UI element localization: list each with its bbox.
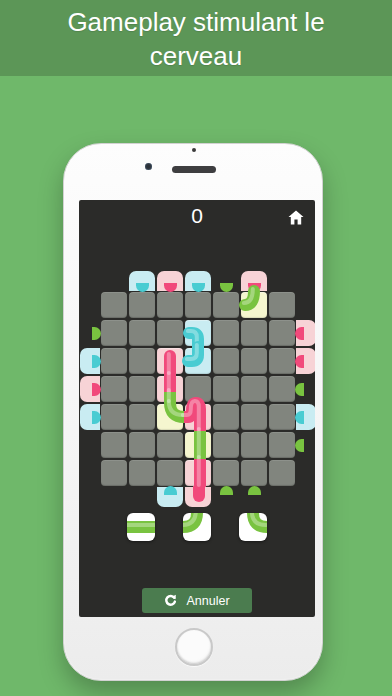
- endpoint-tile: [296, 376, 315, 402]
- pipe-cap: [295, 327, 304, 340]
- placed-tile[interactable]: [185, 432, 211, 458]
- placed-tile[interactable]: [157, 376, 183, 402]
- grid-cell[interactable]: [157, 432, 183, 458]
- endpoint-tile: [157, 487, 183, 507]
- grid-cell[interactable]: [101, 320, 127, 346]
- placed-tile[interactable]: [185, 348, 211, 374]
- pipe-cap: [92, 355, 101, 368]
- endpoint-tile: [241, 487, 267, 507]
- pipe-cap: [136, 283, 149, 292]
- grid-cell[interactable]: [241, 460, 267, 486]
- pipe-cap: [192, 283, 205, 292]
- placed-tile[interactable]: [157, 348, 183, 374]
- proximity-sensor-dot: [192, 148, 196, 152]
- grid-cell[interactable]: [185, 292, 211, 318]
- pipe-cap: [295, 355, 304, 368]
- pipe-cap: [295, 411, 304, 424]
- home-icon[interactable]: [288, 210, 304, 225]
- placed-tile[interactable]: [185, 404, 211, 430]
- pipe-cap: [92, 383, 101, 396]
- home-button-physical[interactable]: [175, 628, 213, 666]
- grid-cell[interactable]: [213, 376, 239, 402]
- grid-cell[interactable]: [101, 432, 127, 458]
- grid-cell[interactable]: [269, 404, 295, 430]
- grid-cell[interactable]: [129, 460, 155, 486]
- endpoint-tile: [213, 487, 239, 507]
- pipe-cap: [248, 283, 261, 292]
- endpoint-tile: [80, 376, 100, 402]
- pipe-cap: [92, 411, 101, 424]
- grid-cell[interactable]: [157, 320, 183, 346]
- pipe-cap: [164, 283, 177, 292]
- endpoint-tile: [157, 271, 183, 291]
- pipe-cap: [92, 327, 101, 340]
- endpoint-tile: [296, 432, 315, 458]
- grid-cell[interactable]: [241, 320, 267, 346]
- tray-piece-elbow-top-left[interactable]: [183, 513, 211, 541]
- game-screen: 0 Annuler: [79, 200, 315, 617]
- caption-text: Gameplay stimulant le cerveau: [36, 5, 356, 73]
- grid-cell[interactable]: [129, 404, 155, 430]
- placed-tile[interactable]: [185, 460, 211, 486]
- placed-tile[interactable]: [157, 404, 183, 430]
- grid-cell[interactable]: [101, 348, 127, 374]
- endpoint-tile: [185, 487, 211, 507]
- placed-tile[interactable]: [241, 292, 267, 318]
- grid-cell[interactable]: [185, 376, 211, 402]
- grid-cell[interactable]: [269, 320, 295, 346]
- speaker-grill: [172, 166, 216, 173]
- endpoint-tile: [213, 271, 239, 291]
- score-label: 0: [79, 204, 315, 228]
- grid-cell[interactable]: [213, 460, 239, 486]
- endpoint-tile: [185, 271, 211, 291]
- placed-tile[interactable]: [185, 320, 211, 346]
- grid-cell[interactable]: [269, 376, 295, 402]
- pipe-cap: [248, 486, 261, 495]
- pipe-cap: [295, 383, 304, 396]
- pipe-cap: [193, 486, 205, 502]
- endpoint-tile: [296, 404, 315, 430]
- grid-cell[interactable]: [269, 292, 295, 318]
- endpoint-tile: [80, 404, 100, 430]
- endpoint-tile: [241, 271, 267, 291]
- phone-frame: 0 Annuler: [63, 143, 323, 681]
- tray-piece-elbow-top-right[interactable]: [239, 513, 267, 541]
- grid-cell[interactable]: [241, 348, 267, 374]
- grid-cell[interactable]: [213, 348, 239, 374]
- grid-cell[interactable]: [101, 292, 127, 318]
- undo-label: Annuler: [186, 594, 229, 608]
- undo-icon: [164, 594, 177, 607]
- pipe-cap: [220, 283, 233, 292]
- grid-cell[interactable]: [101, 404, 127, 430]
- grid-cell[interactable]: [213, 320, 239, 346]
- grid-cell[interactable]: [129, 348, 155, 374]
- grid-cell[interactable]: [157, 292, 183, 318]
- front-camera-icon: [145, 163, 152, 170]
- grid-cell[interactable]: [269, 460, 295, 486]
- grid-cell[interactable]: [269, 348, 295, 374]
- grid-cell[interactable]: [241, 404, 267, 430]
- grid-cell[interactable]: [157, 460, 183, 486]
- endpoint-tile: [129, 271, 155, 291]
- grid-cell[interactable]: [129, 432, 155, 458]
- grid-cell[interactable]: [101, 460, 127, 486]
- game-board: [100, 291, 296, 487]
- grid-cell[interactable]: [101, 376, 127, 402]
- tray-piece-straight-horizontal[interactable]: [127, 513, 155, 541]
- grid-cell[interactable]: [129, 376, 155, 402]
- undo-button[interactable]: Annuler: [142, 588, 252, 613]
- endpoint-tile: [80, 320, 100, 346]
- grid-cell[interactable]: [269, 432, 295, 458]
- grid-cell[interactable]: [129, 292, 155, 318]
- grid-cell[interactable]: [129, 320, 155, 346]
- pipe-cap: [164, 486, 177, 495]
- grid-cell[interactable]: [241, 376, 267, 402]
- app-store-screenshot: { "banner": { "title": "Gameplay stimula…: [0, 0, 392, 696]
- grid-cell[interactable]: [241, 432, 267, 458]
- endpoint-tile: [80, 348, 100, 374]
- caption-banner: Gameplay stimulant le cerveau: [0, 0, 392, 76]
- grid-cell[interactable]: [213, 292, 239, 318]
- pipe-cap: [220, 486, 233, 495]
- endpoint-tile: [296, 320, 315, 346]
- pipe-cap: [295, 439, 304, 452]
- grid-cell[interactable]: [213, 404, 239, 430]
- grid-cell[interactable]: [213, 432, 239, 458]
- endpoint-tile: [296, 348, 315, 374]
